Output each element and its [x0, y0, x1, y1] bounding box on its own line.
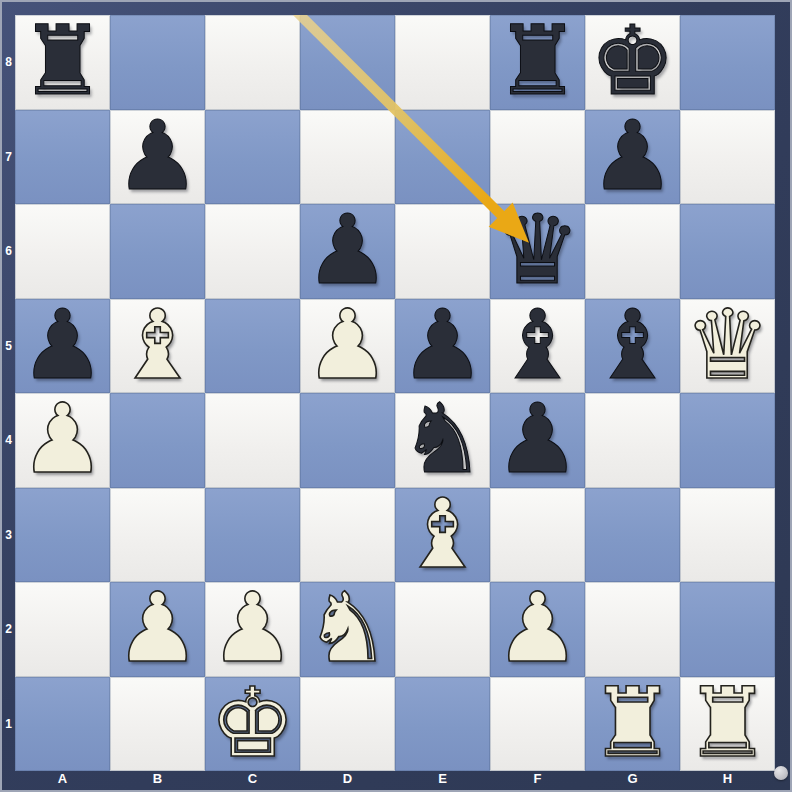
piece-black-rook-a8[interactable]: ♜ — [19, 14, 105, 108]
square-d4[interactable] — [300, 393, 395, 488]
square-e6[interactable] — [395, 204, 490, 299]
rank-label-3: 3 — [2, 488, 15, 583]
resize-handle[interactable] — [774, 766, 788, 780]
square-a1[interactable] — [15, 677, 110, 772]
piece-black-rook-f8[interactable]: ♜ — [494, 14, 580, 108]
square-b6[interactable] — [110, 204, 205, 299]
square-a4[interactable]: ♟ — [15, 393, 110, 488]
file-label-e: E — [395, 771, 490, 792]
square-b1[interactable] — [110, 677, 205, 772]
file-labels: A B C D E F G H — [15, 771, 775, 792]
rank-labels: 8 7 6 5 4 3 2 1 — [2, 15, 15, 771]
piece-black-king-g8[interactable]: ♚ — [589, 14, 675, 108]
square-c1[interactable]: ♚ — [205, 677, 300, 772]
square-e5[interactable]: ♟ — [395, 299, 490, 394]
square-e2[interactable] — [395, 582, 490, 677]
square-d8[interactable] — [300, 15, 395, 110]
square-a5[interactable]: ♟ — [15, 299, 110, 394]
square-e8[interactable] — [395, 15, 490, 110]
square-d1[interactable] — [300, 677, 395, 772]
piece-white-bishop-b5[interactable]: ♝ — [114, 298, 200, 392]
piece-white-knight-d2[interactable]: ♞ — [304, 581, 390, 675]
square-h1[interactable]: ♜ — [680, 677, 775, 772]
square-c8[interactable] — [205, 15, 300, 110]
piece-black-queen-f6[interactable]: ♛ — [494, 203, 580, 297]
piece-black-knight-e4[interactable]: ♞ — [399, 392, 485, 486]
rank-label-2: 2 — [2, 582, 15, 677]
piece-black-bishop-g5[interactable]: ♝ — [589, 298, 675, 392]
square-h7[interactable] — [680, 110, 775, 205]
square-e7[interactable] — [395, 110, 490, 205]
square-a8[interactable]: ♜ — [15, 15, 110, 110]
square-h6[interactable] — [680, 204, 775, 299]
rank-label-6: 6 — [2, 204, 15, 299]
square-g8[interactable]: ♚ — [585, 15, 680, 110]
square-f4[interactable]: ♟ — [490, 393, 585, 488]
square-d6[interactable]: ♟ — [300, 204, 395, 299]
square-c6[interactable] — [205, 204, 300, 299]
rank-label-8: 8 — [2, 15, 15, 110]
square-h3[interactable] — [680, 488, 775, 583]
piece-black-pawn-f4[interactable]: ♟ — [494, 392, 580, 486]
file-label-b: B — [110, 771, 205, 792]
square-a6[interactable] — [15, 204, 110, 299]
piece-white-rook-h1[interactable]: ♜ — [684, 676, 770, 770]
piece-white-king-c1[interactable]: ♚ — [209, 676, 295, 770]
square-g1[interactable]: ♜ — [585, 677, 680, 772]
chess-board: ♜♜♚♟♟♟♛♟♝♟♟♝♝♛♟♞♟♝♟♟♞♟♚♜♜ — [15, 15, 775, 771]
piece-white-queen-h5[interactable]: ♛ — [684, 298, 770, 392]
square-d2[interactable]: ♞ — [300, 582, 395, 677]
square-e4[interactable]: ♞ — [395, 393, 490, 488]
file-label-c: C — [205, 771, 300, 792]
square-h8[interactable] — [680, 15, 775, 110]
square-a7[interactable] — [15, 110, 110, 205]
square-e1[interactable] — [395, 677, 490, 772]
piece-black-pawn-d6[interactable]: ♟ — [304, 203, 390, 297]
square-c7[interactable] — [205, 110, 300, 205]
square-c5[interactable] — [205, 299, 300, 394]
piece-black-pawn-b7[interactable]: ♟ — [114, 109, 200, 203]
square-c3[interactable] — [205, 488, 300, 583]
square-g2[interactable] — [585, 582, 680, 677]
piece-white-rook-g1[interactable]: ♜ — [589, 676, 675, 770]
square-h5[interactable]: ♛ — [680, 299, 775, 394]
square-a3[interactable] — [15, 488, 110, 583]
square-d3[interactable] — [300, 488, 395, 583]
square-g3[interactable] — [585, 488, 680, 583]
square-b8[interactable] — [110, 15, 205, 110]
piece-black-pawn-g7[interactable]: ♟ — [589, 109, 675, 203]
square-h2[interactable] — [680, 582, 775, 677]
square-f6[interactable]: ♛ — [490, 204, 585, 299]
square-g4[interactable] — [585, 393, 680, 488]
square-f2[interactable]: ♟ — [490, 582, 585, 677]
file-label-a: A — [15, 771, 110, 792]
piece-black-pawn-a5[interactable]: ♟ — [19, 298, 105, 392]
piece-white-pawn-f2[interactable]: ♟ — [494, 581, 580, 675]
rank-label-4: 4 — [2, 393, 15, 488]
piece-white-pawn-a4[interactable]: ♟ — [19, 392, 105, 486]
rank-label-7: 7 — [2, 110, 15, 205]
square-g5[interactable]: ♝ — [585, 299, 680, 394]
file-label-g: G — [585, 771, 680, 792]
square-f3[interactable] — [490, 488, 585, 583]
square-b5[interactable]: ♝ — [110, 299, 205, 394]
rank-label-5: 5 — [2, 299, 15, 394]
chess-board-frame: ♜♜♚♟♟♟♛♟♝♟♟♝♝♛♟♞♟♝♟♟♞♟♚♜♜ 8 7 6 5 4 3 2 … — [0, 0, 792, 792]
square-g6[interactable] — [585, 204, 680, 299]
square-f1[interactable] — [490, 677, 585, 772]
file-label-d: D — [300, 771, 395, 792]
square-b3[interactable] — [110, 488, 205, 583]
square-g7[interactable]: ♟ — [585, 110, 680, 205]
square-b7[interactable]: ♟ — [110, 110, 205, 205]
file-label-h: H — [680, 771, 775, 792]
piece-black-pawn-e5[interactable]: ♟ — [399, 298, 485, 392]
piece-black-bishop-f5[interactable]: ♝ — [494, 298, 580, 392]
piece-white-pawn-b2[interactable]: ♟ — [114, 581, 200, 675]
rank-label-1: 1 — [2, 677, 15, 772]
square-b4[interactable] — [110, 393, 205, 488]
square-f7[interactable] — [490, 110, 585, 205]
square-c2[interactable]: ♟ — [205, 582, 300, 677]
file-label-f: F — [490, 771, 585, 792]
square-b2[interactable]: ♟ — [110, 582, 205, 677]
square-f8[interactable]: ♜ — [490, 15, 585, 110]
square-e3[interactable]: ♝ — [395, 488, 490, 583]
square-d7[interactable] — [300, 110, 395, 205]
piece-white-pawn-c2[interactable]: ♟ — [209, 581, 295, 675]
square-d5[interactable]: ♟ — [300, 299, 395, 394]
piece-white-bishop-e3[interactable]: ♝ — [399, 487, 485, 581]
square-h4[interactable] — [680, 393, 775, 488]
piece-white-pawn-d5[interactable]: ♟ — [304, 298, 390, 392]
square-f5[interactable]: ♝ — [490, 299, 585, 394]
square-c4[interactable] — [205, 393, 300, 488]
square-a2[interactable] — [15, 582, 110, 677]
